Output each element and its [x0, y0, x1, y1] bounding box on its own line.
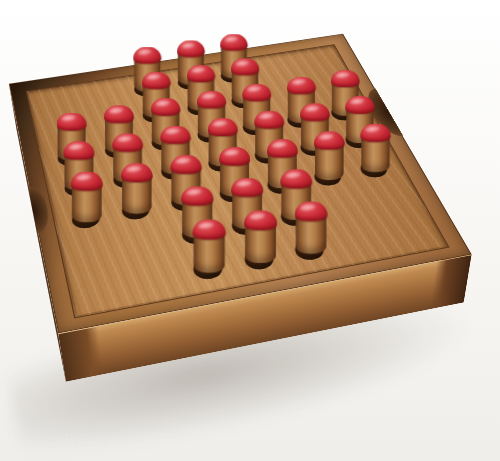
peg[interactable] — [121, 163, 153, 213]
peg[interactable] — [71, 172, 103, 223]
cell-g7 — [375, 211, 441, 253]
peg-body — [122, 177, 151, 214]
cell-a6 — [64, 231, 124, 275]
peg-cap — [151, 98, 181, 116]
peg[interactable] — [360, 124, 390, 172]
peg-cap — [160, 126, 190, 144]
peg[interactable] — [244, 210, 277, 263]
perspective-stage — [0, 0, 500, 461]
peg-body — [315, 145, 343, 181]
peg-cap — [280, 169, 312, 188]
peg-cap — [142, 72, 171, 89]
peg-cap — [242, 84, 271, 101]
peg-cap — [177, 40, 205, 57]
peg-cap — [331, 70, 360, 87]
peg-cap — [181, 186, 213, 205]
peg-cap — [208, 118, 238, 136]
peg-body — [362, 137, 390, 172]
peg-cap — [360, 124, 390, 142]
peg[interactable] — [314, 131, 345, 180]
peg-cap — [197, 91, 226, 109]
peg-cap — [71, 172, 103, 191]
peg-cap — [170, 155, 201, 174]
product-photo-scene — [0, 0, 500, 461]
peg-body — [296, 216, 326, 254]
peg-cap — [133, 47, 161, 64]
cell-g5[interactable] — [343, 151, 405, 189]
cell-g6 — [359, 180, 423, 220]
peg-cap — [314, 131, 345, 149]
peg-cap — [220, 34, 248, 51]
cell-a5[interactable] — [57, 199, 115, 240]
peg-cap — [187, 65, 215, 82]
peg-cap — [192, 219, 225, 239]
peg-cap — [104, 105, 134, 123]
peg-cap — [63, 141, 94, 160]
peg-cap — [57, 113, 87, 131]
peg-cap — [231, 178, 263, 197]
peg-cap — [244, 210, 277, 230]
peg-cap — [345, 96, 374, 114]
peg-cap — [300, 103, 330, 121]
peg-cap — [267, 139, 298, 157]
peg[interactable] — [192, 219, 225, 272]
peg-cap — [112, 133, 143, 151]
cell-a7 — [72, 265, 134, 312]
peg[interactable] — [295, 201, 328, 253]
peg-cap — [295, 201, 328, 221]
peg-cap — [231, 58, 259, 75]
peg-body — [194, 234, 225, 273]
wooden-box — [9, 34, 472, 334]
cell-b6 — [115, 222, 176, 265]
peg-cap — [254, 111, 284, 129]
peg-body — [245, 225, 275, 263]
peg-cap — [121, 163, 153, 182]
peg-cap — [287, 77, 316, 94]
peg-body — [72, 185, 101, 222]
peg-cap — [219, 147, 250, 166]
